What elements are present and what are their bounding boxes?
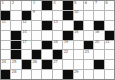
cell[interactable]: 17 — [22, 41, 31, 50]
clue-number: 11 — [2, 20, 6, 24]
cell[interactable]: 14 — [22, 31, 31, 40]
clue-number: 21 — [105, 40, 109, 44]
cell[interactable]: 9 — [32, 11, 41, 20]
crossword-grid: 1234567891011121314151617181920212223242… — [0, 0, 115, 80]
clue-number: 29 — [74, 70, 78, 74]
clue-number: 20 — [95, 40, 99, 44]
clue-number: 3 — [33, 1, 35, 5]
cell[interactable] — [42, 70, 51, 79]
cell[interactable]: 22 — [63, 50, 72, 59]
cell[interactable] — [11, 11, 20, 20]
clue-number: 22 — [64, 50, 68, 54]
cell[interactable]: 19 — [63, 41, 72, 50]
cell[interactable]: 27 — [53, 60, 62, 69]
cell[interactable] — [63, 60, 72, 69]
black-cell — [84, 41, 93, 50]
black-cell — [63, 11, 72, 20]
cell[interactable] — [84, 11, 93, 20]
black-cell — [11, 41, 20, 50]
clue-number: 23 — [84, 50, 88, 54]
cell[interactable] — [32, 41, 41, 50]
cell[interactable] — [63, 21, 72, 30]
clue-number: 19 — [64, 40, 68, 44]
cell[interactable]: 15 — [74, 31, 83, 40]
clue-number: 4 — [53, 1, 55, 5]
cell[interactable]: 2 — [11, 1, 20, 10]
clue-number: 7 — [95, 1, 97, 5]
cell[interactable]: 25 — [11, 60, 20, 69]
clue-number: 25 — [12, 60, 16, 64]
cell[interactable] — [42, 31, 51, 40]
clue-number: 26 — [33, 60, 37, 64]
cell[interactable] — [94, 70, 103, 79]
black-cell — [53, 50, 62, 59]
cell[interactable]: 20 — [94, 41, 103, 50]
cell[interactable] — [22, 1, 31, 10]
cell[interactable] — [105, 50, 114, 59]
black-cell — [11, 31, 20, 40]
cell[interactable]: 13 — [53, 21, 62, 30]
clue-number: 9 — [33, 10, 35, 14]
cell[interactable]: 16 — [94, 31, 103, 40]
black-cell — [42, 21, 51, 30]
cell[interactable] — [105, 70, 114, 79]
cell[interactable] — [53, 11, 62, 20]
cell[interactable] — [1, 50, 10, 59]
cell[interactable] — [22, 50, 31, 59]
cell[interactable] — [53, 31, 62, 40]
cell[interactable]: 3 — [32, 1, 41, 10]
clue-number: 12 — [22, 20, 26, 24]
black-cell — [1, 11, 10, 20]
cell[interactable]: 28 — [11, 70, 20, 79]
clue-number: 5 — [74, 1, 76, 5]
black-cell — [94, 21, 103, 30]
clue-number: 27 — [53, 60, 57, 64]
clue-number: 1 — [2, 1, 4, 5]
cell[interactable]: 10 — [74, 11, 83, 20]
cell[interactable]: 4 — [53, 1, 62, 10]
clue-number: 2 — [12, 1, 14, 5]
black-cell — [32, 50, 41, 59]
cell[interactable]: 1 — [1, 1, 10, 10]
cell[interactable] — [22, 70, 31, 79]
clue-number: 14 — [22, 30, 26, 34]
cell[interactable] — [84, 60, 93, 69]
clue-number: 16 — [95, 30, 99, 34]
black-cell — [42, 60, 51, 69]
clue-number: 8 — [105, 1, 107, 5]
cell[interactable] — [74, 50, 83, 59]
clue-number: 15 — [74, 30, 78, 34]
cell[interactable] — [105, 11, 114, 20]
cell[interactable] — [1, 31, 10, 40]
cell[interactable] — [32, 21, 41, 30]
cell[interactable] — [84, 31, 93, 40]
black-cell — [42, 1, 51, 10]
clue-number: 10 — [74, 10, 78, 14]
cell[interactable] — [84, 70, 93, 79]
black-cell — [11, 50, 20, 59]
cell[interactable] — [11, 21, 20, 30]
cell[interactable]: 26 — [32, 60, 41, 69]
cell[interactable]: 11 — [1, 21, 10, 30]
cell[interactable] — [105, 60, 114, 69]
cell[interactable]: 8 — [105, 1, 114, 10]
cell[interactable] — [84, 21, 93, 30]
cell[interactable] — [42, 11, 51, 20]
cell[interactable] — [32, 31, 41, 40]
cell[interactable]: 6 — [84, 1, 93, 10]
cell[interactable]: 18 — [53, 41, 62, 50]
black-cell — [63, 31, 72, 40]
clue-number: 24 — [2, 60, 6, 64]
cell[interactable] — [53, 70, 62, 79]
black-cell — [63, 70, 72, 79]
black-cell — [94, 60, 103, 69]
cell[interactable] — [94, 50, 103, 59]
clue-number: 13 — [53, 20, 57, 24]
cell[interactable] — [74, 41, 83, 50]
cell[interactable] — [94, 11, 103, 20]
clue-number: 18 — [53, 40, 57, 44]
black-cell — [63, 1, 72, 10]
clue-number: 6 — [84, 1, 86, 5]
cell[interactable]: 21 — [105, 41, 114, 50]
black-cell — [42, 41, 51, 50]
cell[interactable]: 24 — [1, 60, 10, 69]
cell[interactable]: 12 — [22, 21, 31, 30]
black-cell — [22, 11, 31, 20]
clue-number: 28 — [12, 70, 16, 74]
cell[interactable] — [1, 41, 10, 50]
cell[interactable] — [42, 50, 51, 59]
cell[interactable] — [32, 70, 41, 79]
clue-number: 17 — [22, 40, 26, 44]
black-cell — [22, 60, 31, 69]
cell[interactable] — [105, 21, 114, 30]
cell[interactable]: 29 — [74, 70, 83, 79]
black-cell — [74, 21, 83, 30]
black-cell — [105, 31, 114, 40]
black-cell — [1, 70, 10, 79]
cell[interactable]: 23 — [84, 50, 93, 59]
cell[interactable]: 5 — [74, 1, 83, 10]
cell[interactable]: 7 — [94, 1, 103, 10]
cell[interactable] — [74, 60, 83, 69]
